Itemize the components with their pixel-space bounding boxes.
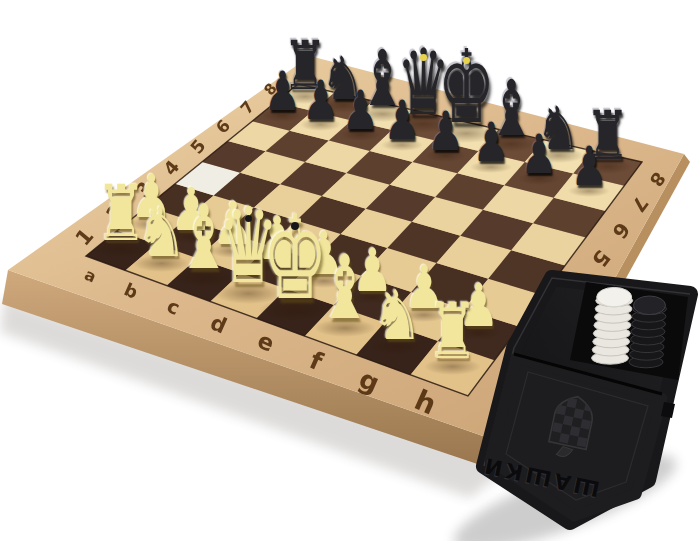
crest-checker-cell bbox=[563, 415, 574, 426]
product-photo-scene: abcdefgh1234567812345678 ♜♞♝♛♚♝♞♜♟♟♟♟♟♟♟… bbox=[0, 0, 700, 541]
white-checker-top-face bbox=[597, 287, 632, 306]
black-checker-top-face bbox=[634, 296, 666, 315]
crest-checker-cell bbox=[552, 422, 563, 433]
crest-checker-cell bbox=[570, 426, 581, 437]
crest-checker-cell bbox=[577, 437, 588, 448]
checkers-box: ШАШКИ ШАШКИ bbox=[0, 0, 700, 541]
white-checkers-stack bbox=[592, 287, 633, 364]
crest-checker-cell bbox=[573, 408, 584, 419]
black-checkers-stack bbox=[629, 296, 667, 368]
crest-checker-cell bbox=[559, 433, 570, 444]
crest-checker-cell bbox=[580, 419, 591, 430]
